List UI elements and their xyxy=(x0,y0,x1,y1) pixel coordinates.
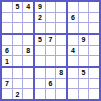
cell-r7c7[interactable] xyxy=(68,68,78,78)
cell-r3c2[interactable] xyxy=(13,23,23,33)
cell-r2c1[interactable] xyxy=(2,13,12,23)
cell-r5c5[interactable] xyxy=(46,46,56,56)
cell-r1c2: 5 xyxy=(13,2,23,12)
cell-r8c3[interactable] xyxy=(23,79,33,89)
sudoku-box-8: 86 xyxy=(35,68,66,99)
cell-r2c6[interactable] xyxy=(56,13,66,23)
cell-r8c1: 7 xyxy=(2,79,12,89)
cell-r4c1[interactable] xyxy=(2,35,12,45)
cell-r2c8[interactable] xyxy=(79,13,89,23)
sudoku-board: 54926681579472865 xyxy=(0,0,101,101)
cell-r8c7[interactable] xyxy=(68,79,78,89)
sudoku-box-5: 57 xyxy=(35,35,66,66)
cell-r6c8[interactable] xyxy=(79,56,89,66)
cell-r2c5[interactable] xyxy=(46,13,56,23)
cell-r4c6[interactable] xyxy=(56,35,66,45)
cell-r9c1[interactable] xyxy=(2,89,12,99)
cell-r3c8[interactable] xyxy=(79,23,89,33)
cell-r1c9[interactable] xyxy=(89,2,99,12)
cell-r5c2[interactable] xyxy=(13,46,23,56)
cell-r7c4[interactable] xyxy=(35,68,45,78)
cell-r1c6[interactable] xyxy=(56,2,66,12)
cell-r8c2[interactable] xyxy=(13,79,23,89)
cell-r5c3: 8 xyxy=(23,46,33,56)
cell-r9c2: 2 xyxy=(13,89,23,99)
cell-r2c9[interactable] xyxy=(89,13,99,23)
sudoku-box-6: 94 xyxy=(68,35,99,66)
cell-r4c2[interactable] xyxy=(13,35,23,45)
cell-r4c4: 5 xyxy=(35,35,45,45)
cell-r1c5[interactable] xyxy=(46,2,56,12)
cell-r3c7[interactable] xyxy=(68,23,78,33)
cell-r2c3[interactable] xyxy=(23,13,33,23)
cell-r3c5[interactable] xyxy=(46,23,56,33)
cell-r4c7[interactable] xyxy=(68,35,78,45)
cell-r2c4: 2 xyxy=(35,13,45,23)
cell-r6c6[interactable] xyxy=(56,56,66,66)
cell-r2c7: 6 xyxy=(68,13,78,23)
cell-r6c4[interactable] xyxy=(35,56,45,66)
cell-r6c9[interactable] xyxy=(89,56,99,66)
cell-r1c4: 9 xyxy=(35,2,45,12)
cell-r6c7[interactable] xyxy=(68,56,78,66)
sudoku-box-4: 681 xyxy=(2,35,33,66)
cell-r8c5: 6 xyxy=(46,79,56,89)
cell-r1c3: 4 xyxy=(23,2,33,12)
cell-r9c6[interactable] xyxy=(56,89,66,99)
cell-r3c3[interactable] xyxy=(23,23,33,33)
cell-r4c9[interactable] xyxy=(89,35,99,45)
sudoku-box-9: 5 xyxy=(68,68,99,99)
cell-r9c7[interactable] xyxy=(68,89,78,99)
sudoku-box-7: 72 xyxy=(2,68,33,99)
cell-r6c1: 1 xyxy=(2,56,12,66)
cell-r7c6: 8 xyxy=(56,68,66,78)
cell-r7c8: 5 xyxy=(79,68,89,78)
cell-r6c5[interactable] xyxy=(46,56,56,66)
cell-r3c4[interactable] xyxy=(35,23,45,33)
sudoku-box-1: 54 xyxy=(2,2,33,33)
cell-r8c9[interactable] xyxy=(89,79,99,89)
cell-r8c4[interactable] xyxy=(35,79,45,89)
cell-r8c6[interactable] xyxy=(56,79,66,89)
cell-r3c9[interactable] xyxy=(89,23,99,33)
cell-r6c2[interactable] xyxy=(13,56,23,66)
cell-r1c8[interactable] xyxy=(79,2,89,12)
cell-r3c1[interactable] xyxy=(2,23,12,33)
cell-r4c3[interactable] xyxy=(23,35,33,45)
cell-r5c6[interactable] xyxy=(56,46,66,56)
cell-r7c2[interactable] xyxy=(13,68,23,78)
cell-r5c4[interactable] xyxy=(35,46,45,56)
cell-r9c4[interactable] xyxy=(35,89,45,99)
cell-r1c1[interactable] xyxy=(2,2,12,12)
cell-r4c5: 7 xyxy=(46,35,56,45)
cell-r9c5[interactable] xyxy=(46,89,56,99)
cell-r7c5[interactable] xyxy=(46,68,56,78)
cell-r7c1[interactable] xyxy=(2,68,12,78)
cell-r1c7[interactable] xyxy=(68,2,78,12)
cell-r4c8: 9 xyxy=(79,35,89,45)
cell-r6c3[interactable] xyxy=(23,56,33,66)
cell-r3c6[interactable] xyxy=(56,23,66,33)
cell-r9c9[interactable] xyxy=(89,89,99,99)
cell-r2c2[interactable] xyxy=(13,13,23,23)
cell-r7c3[interactable] xyxy=(23,68,33,78)
cell-r8c8[interactable] xyxy=(79,79,89,89)
cell-r5c1: 6 xyxy=(2,46,12,56)
cell-r9c3[interactable] xyxy=(23,89,33,99)
cell-r5c7: 4 xyxy=(68,46,78,56)
cell-r7c9[interactable] xyxy=(89,68,99,78)
cell-r5c8[interactable] xyxy=(79,46,89,56)
sudoku-box-2: 92 xyxy=(35,2,66,33)
sudoku-box-3: 6 xyxy=(68,2,99,33)
cell-r5c9[interactable] xyxy=(89,46,99,56)
cell-r9c8[interactable] xyxy=(79,89,89,99)
